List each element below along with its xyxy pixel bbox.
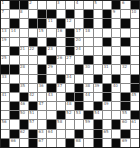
black-cell (29, 130, 37, 138)
grid-cell[interactable] (38, 56, 46, 64)
clue-number: 38 (85, 84, 90, 88)
grid-cell[interactable]: 56 (1, 120, 9, 128)
clue-number: 60 (122, 120, 127, 124)
grid-cell[interactable] (75, 120, 83, 128)
black-cell (38, 65, 46, 73)
grid-cell[interactable] (112, 47, 120, 55)
grid-cell[interactable] (103, 111, 111, 119)
black-cell (38, 10, 46, 18)
grid-cell[interactable]: 4 (75, 1, 83, 9)
grid-cell[interactable] (1, 102, 9, 110)
grid-cell[interactable] (29, 56, 37, 64)
grid-cell[interactable]: 43 (47, 93, 55, 101)
grid-cell[interactable]: 3 (57, 1, 65, 9)
grid-cell[interactable] (75, 19, 83, 27)
grid-cell[interactable]: 48 (66, 102, 74, 110)
grid-cell[interactable]: 25 (1, 56, 9, 64)
black-cell (10, 102, 18, 110)
black-cell (112, 120, 120, 128)
clue-number: 66 (11, 139, 16, 143)
grid-cell[interactable] (1, 111, 9, 119)
clue-number: 48 (66, 102, 71, 106)
grid-cell[interactable] (10, 56, 18, 64)
grid-cell[interactable] (29, 75, 37, 83)
black-cell (121, 93, 129, 101)
grid-cell[interactable] (112, 93, 120, 101)
grid-cell[interactable] (131, 139, 139, 147)
black-cell (29, 102, 37, 110)
grid-cell[interactable] (47, 29, 55, 37)
grid-cell[interactable] (131, 38, 139, 46)
grid-cell[interactable] (131, 65, 139, 73)
grid-cell[interactable] (1, 19, 9, 27)
grid-cell[interactable]: 33 (1, 75, 9, 83)
grid-cell[interactable]: 18 (84, 29, 92, 37)
grid-cell[interactable] (121, 29, 129, 37)
black-cell (131, 75, 139, 83)
grid-cell[interactable]: 9 (112, 10, 120, 18)
clue-number: 50 (20, 111, 25, 115)
black-cell (103, 10, 111, 18)
clue-number: 52 (66, 111, 71, 115)
clue-number: 45 (131, 93, 136, 97)
black-cell (94, 120, 102, 128)
clue-number: 10 (131, 10, 136, 14)
grid-cell[interactable] (66, 1, 74, 9)
grid-cell[interactable]: 40 (112, 84, 120, 92)
grid-cell[interactable] (131, 29, 139, 37)
grid-cell[interactable] (57, 10, 65, 18)
black-cell (66, 10, 74, 18)
grid-cell[interactable]: 44 (84, 93, 92, 101)
clue-number: 9 (113, 10, 116, 14)
clue-number: 39 (94, 84, 99, 88)
black-cell (131, 84, 139, 92)
black-cell (94, 102, 102, 110)
grid-cell[interactable] (57, 65, 65, 73)
grid-cell[interactable]: 62 (20, 130, 28, 138)
grid-cell[interactable]: 49 (103, 102, 111, 110)
grid-cell[interactable] (131, 47, 139, 55)
grid-cell[interactable]: 68 (75, 139, 83, 147)
clue-number: 3 (57, 1, 60, 5)
black-cell (84, 111, 92, 119)
clue-number: 44 (85, 93, 90, 97)
grid-cell[interactable] (57, 130, 65, 138)
grid-cell[interactable] (57, 38, 65, 46)
grid-cell[interactable] (84, 139, 92, 147)
clue-number: 25 (2, 56, 7, 60)
clue-number: 8 (20, 10, 23, 14)
black-cell (103, 93, 111, 101)
clue-number: 17 (76, 29, 81, 33)
clue-number: 11 (48, 19, 53, 23)
black-cell (112, 139, 120, 147)
grid-cell[interactable]: 6 (121, 1, 129, 9)
grid-cell[interactable] (103, 75, 111, 83)
grid-cell[interactable] (29, 29, 37, 37)
grid-cell[interactable] (29, 65, 37, 73)
grid-cell[interactable]: 61 (131, 120, 139, 128)
grid-cell[interactable] (57, 139, 65, 147)
black-cell (103, 38, 111, 46)
black-cell (1, 65, 9, 73)
grid-cell[interactable]: 22 (29, 47, 37, 55)
grid-cell[interactable] (131, 102, 139, 110)
grid-cell[interactable] (84, 1, 92, 9)
grid-cell[interactable] (75, 56, 83, 64)
grid-cell[interactable]: 17 (75, 29, 83, 37)
grid-cell[interactable]: 12 (66, 19, 74, 27)
grid-cell[interactable] (94, 10, 102, 18)
grid-cell[interactable] (10, 120, 18, 128)
grid-cell[interactable] (10, 75, 18, 83)
grid-cell[interactable] (94, 29, 102, 37)
grid-cell[interactable]: 29 (47, 65, 55, 73)
grid-cell[interactable]: 2 (29, 1, 37, 9)
grid-cell[interactable]: 37 (57, 84, 65, 92)
black-cell (10, 111, 18, 119)
grid-cell[interactable]: 65 (103, 130, 111, 138)
grid-cell[interactable] (131, 19, 139, 27)
grid-cell[interactable] (131, 56, 139, 64)
grid-cell[interactable] (57, 47, 65, 55)
black-cell (66, 38, 74, 46)
grid-cell[interactable] (84, 38, 92, 46)
black-cell (66, 93, 74, 101)
grid-cell[interactable]: 38 (84, 84, 92, 92)
grid-cell[interactable]: 24 (75, 47, 83, 55)
grid-cell[interactable] (20, 19, 28, 27)
clue-number: 59 (85, 120, 90, 124)
grid-cell[interactable] (131, 130, 139, 138)
black-cell (75, 84, 83, 92)
clue-number: 22 (29, 47, 34, 51)
grid-cell[interactable]: 15 (38, 29, 46, 37)
grid-cell[interactable]: 34 (66, 75, 74, 83)
grid-cell[interactable] (112, 111, 120, 119)
grid-cell[interactable]: 20 (75, 38, 83, 46)
grid-cell[interactable] (38, 120, 46, 128)
clue-number: 7 (2, 10, 5, 14)
clue-number: 51 (29, 111, 34, 115)
grid-cell[interactable] (47, 1, 55, 9)
black-cell (103, 19, 111, 27)
black-cell (38, 47, 46, 55)
grid-cell[interactable]: 28 (20, 65, 28, 73)
grid-cell[interactable]: 64 (47, 130, 55, 138)
grid-cell[interactable] (103, 120, 111, 128)
grid-cell[interactable] (38, 111, 46, 119)
grid-cell[interactable]: 23 (47, 47, 55, 55)
grid-cell[interactable]: 53 (75, 111, 83, 119)
black-cell (29, 19, 37, 27)
clue-number: 68 (76, 139, 81, 143)
clue-number: 5 (94, 1, 97, 5)
grid-cell[interactable] (112, 65, 120, 73)
black-cell (75, 102, 83, 110)
black-cell (47, 56, 55, 64)
clue-number: 26 (57, 56, 62, 60)
grid-cell[interactable]: 52 (66, 111, 74, 119)
grid-cell[interactable] (1, 84, 9, 92)
grid-cell[interactable] (47, 75, 55, 83)
black-cell (121, 130, 129, 138)
grid-cell[interactable]: 41 (1, 93, 9, 101)
grid-cell[interactable]: 63 (38, 130, 46, 138)
black-cell (75, 130, 83, 138)
grid-cell[interactable]: 8 (20, 10, 28, 18)
black-cell (47, 120, 55, 128)
grid-cell[interactable] (20, 56, 28, 64)
black-cell (66, 29, 74, 37)
clue-number: 65 (103, 130, 108, 134)
clue-number: 40 (113, 84, 118, 88)
grid-cell[interactable] (94, 56, 102, 64)
grid-cell[interactable] (94, 19, 102, 27)
grid-cell[interactable] (75, 10, 83, 18)
black-cell (47, 10, 55, 18)
grid-cell[interactable]: 67 (38, 139, 46, 147)
grid-cell[interactable] (57, 93, 65, 101)
grid-cell[interactable]: 46 (20, 102, 28, 110)
grid-cell[interactable]: 42 (29, 93, 37, 101)
grid-cell[interactable] (66, 84, 74, 92)
clue-number: 58 (57, 120, 62, 124)
clue-number: 1 (2, 1, 5, 5)
grid-cell[interactable]: 27 (66, 56, 74, 64)
black-cell (66, 47, 74, 55)
grid-cell[interactable] (84, 47, 92, 55)
clue-number: 53 (76, 111, 81, 115)
black-cell (47, 84, 55, 92)
black-cell (38, 75, 46, 83)
grid-cell[interactable] (20, 75, 28, 83)
black-cell (10, 19, 18, 27)
grid-cell[interactable] (112, 56, 120, 64)
black-cell (121, 56, 129, 64)
grid-cell[interactable]: 57 (29, 120, 37, 128)
grid-cell[interactable]: 51 (29, 111, 37, 119)
clue-number: 42 (29, 93, 34, 97)
clue-number: 43 (48, 93, 53, 97)
grid-cell[interactable]: 14 (10, 29, 18, 37)
grid-cell[interactable]: 16 (57, 29, 65, 37)
black-cell (10, 130, 18, 138)
clue-number: 6 (122, 1, 125, 5)
black-cell (57, 19, 65, 27)
grid-cell[interactable] (121, 75, 129, 83)
clue-number: 61 (131, 120, 136, 124)
grid-cell[interactable] (29, 84, 37, 92)
black-cell (29, 38, 37, 46)
black-cell (121, 38, 129, 46)
clue-number: 56 (2, 120, 7, 124)
black-cell (103, 84, 111, 92)
black-cell (47, 38, 55, 46)
black-cell (38, 19, 46, 27)
clue-number: 31 (103, 65, 108, 69)
grid-cell[interactable] (121, 47, 129, 55)
black-cell (66, 139, 74, 147)
grid-cell[interactable] (112, 130, 120, 138)
clue-number: 12 (66, 19, 71, 23)
black-cell (112, 75, 120, 83)
clue-number: 28 (20, 65, 25, 69)
clue-number: 67 (39, 139, 44, 143)
grid-cell[interactable] (10, 10, 18, 18)
grid-cell[interactable] (103, 139, 111, 147)
grid-cell[interactable]: 69 (121, 139, 129, 147)
grid-cell[interactable] (1, 130, 9, 138)
clue-number: 19 (2, 38, 7, 42)
grid-cell[interactable]: 1 (1, 1, 9, 9)
clue-number: 30 (85, 65, 90, 69)
clue-number: 57 (29, 120, 34, 124)
black-cell (131, 1, 139, 9)
clue-number: 46 (20, 102, 25, 106)
black-cell (94, 139, 102, 147)
grid-cell[interactable] (38, 38, 46, 46)
clue-number: 14 (11, 29, 16, 33)
grid-cell[interactable] (38, 1, 46, 9)
grid-cell[interactable] (66, 65, 74, 73)
clue-number: 16 (57, 29, 62, 33)
grid-cell[interactable]: 35 (20, 84, 28, 92)
grid-cell[interactable] (38, 93, 46, 101)
grid-cell[interactable] (103, 47, 111, 55)
clue-number: 21 (20, 47, 25, 51)
grid-cell[interactable] (20, 38, 28, 46)
clue-number: 36 (39, 84, 44, 88)
grid-cell[interactable]: 5 (94, 1, 102, 9)
black-cell (10, 84, 18, 92)
clue-number: 37 (57, 84, 62, 88)
clue-number: 63 (39, 130, 44, 134)
black-cell (10, 1, 18, 9)
clue-number: 64 (48, 130, 53, 134)
black-cell (84, 10, 92, 18)
grid-cell[interactable] (94, 65, 102, 73)
clue-number: 49 (103, 102, 108, 106)
grid-cell[interactable] (84, 102, 92, 110)
clue-number: 20 (76, 38, 81, 42)
grid-cell[interactable]: 26 (57, 56, 65, 64)
grid-cell[interactable] (94, 93, 102, 101)
black-cell (10, 65, 18, 73)
grid-cell[interactable] (10, 93, 18, 101)
grid-cell[interactable]: 21 (20, 47, 28, 55)
black-cell (112, 1, 120, 9)
black-cell (29, 139, 37, 147)
clue-number: 27 (66, 56, 71, 60)
black-cell (20, 93, 28, 101)
grid-cell[interactable] (47, 102, 55, 110)
black-cell (75, 65, 83, 73)
black-cell (20, 120, 28, 128)
clue-number: 69 (122, 139, 127, 143)
grid-cell[interactable] (47, 111, 55, 119)
grid-cell[interactable]: 39 (94, 84, 102, 92)
grid-cell[interactable]: 66 (10, 139, 18, 147)
grid-cell[interactable] (20, 139, 28, 147)
grid-cell[interactable]: 13 (1, 29, 9, 37)
black-cell (94, 130, 102, 138)
clue-number: 24 (76, 47, 81, 51)
clue-number: 34 (66, 75, 71, 79)
clue-number: 33 (2, 75, 7, 79)
grid-cell[interactable] (66, 130, 74, 138)
clue-number: 18 (85, 29, 90, 33)
grid-cell[interactable] (103, 1, 111, 9)
grid-cell[interactable]: 50 (20, 111, 28, 119)
grid-cell[interactable] (121, 84, 129, 92)
grid-cell[interactable]: 54 (94, 111, 102, 119)
black-cell (121, 102, 129, 110)
clue-number: 54 (94, 111, 99, 115)
clue-number: 47 (39, 102, 44, 106)
grid-cell[interactable] (75, 75, 83, 83)
grid-cell[interactable] (29, 10, 37, 18)
grid-cell[interactable] (112, 102, 120, 110)
black-cell (20, 1, 28, 9)
black-cell (57, 111, 65, 119)
grid-cell[interactable]: 55 (121, 111, 129, 119)
grid-cell[interactable]: 47 (38, 102, 46, 110)
grid-cell[interactable] (84, 75, 92, 83)
grid-cell[interactable] (94, 38, 102, 46)
grid-cell[interactable]: 59 (84, 120, 92, 128)
grid-cell[interactable]: 7 (1, 10, 9, 18)
grid-cell[interactable] (66, 120, 74, 128)
grid-cell[interactable] (94, 47, 102, 55)
grid-cell[interactable]: 36 (38, 84, 46, 92)
clue-number: 4 (76, 1, 79, 5)
grid-cell[interactable] (112, 29, 120, 37)
grid-cell[interactable] (112, 19, 120, 27)
black-cell (84, 56, 92, 64)
clue-number: 41 (2, 93, 7, 97)
black-cell (75, 93, 83, 101)
grid-cell[interactable]: 60 (121, 120, 129, 128)
clue-number: 32 (122, 65, 127, 69)
grid-cell[interactable]: 10 (131, 10, 139, 18)
grid-cell[interactable]: 11 (47, 19, 55, 27)
grid-cell[interactable] (103, 29, 111, 37)
crossword-grid: 1234567891011121314151617181920212223242… (0, 0, 140, 148)
grid-cell[interactable] (57, 102, 65, 110)
clue-number: 29 (48, 65, 53, 69)
grid-cell[interactable] (1, 47, 9, 55)
black-cell (131, 111, 139, 119)
grid-cell[interactable] (112, 38, 120, 46)
black-cell (103, 56, 111, 64)
grid-cell[interactable] (121, 10, 129, 18)
grid-cell[interactable] (10, 38, 18, 46)
grid-cell[interactable]: 58 (57, 120, 65, 128)
grid-cell[interactable]: 45 (131, 93, 139, 101)
grid-cell[interactable]: 32 (121, 65, 129, 73)
grid-cell[interactable]: 30 (84, 65, 92, 73)
grid-cell[interactable] (47, 139, 55, 147)
grid-cell[interactable]: 31 (103, 65, 111, 73)
clue-number: 13 (2, 29, 7, 33)
clue-number: 62 (20, 130, 25, 134)
grid-cell[interactable]: 19 (1, 38, 9, 46)
black-cell (121, 19, 129, 27)
grid-cell[interactable] (84, 130, 92, 138)
grid-cell[interactable] (20, 29, 28, 37)
